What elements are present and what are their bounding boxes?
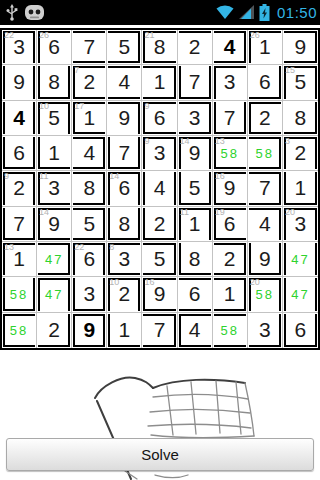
cell-r9c2[interactable]: 2 bbox=[37, 313, 72, 348]
cell-r5c1[interactable]: 92 bbox=[2, 171, 37, 206]
cell-value: 7 bbox=[107, 136, 141, 170]
cell-value: 5 bbox=[72, 207, 106, 241]
cell-value: 6 bbox=[178, 277, 212, 311]
cell-r2c3[interactable]: 72 bbox=[72, 65, 107, 100]
cell-value: 2 bbox=[178, 30, 212, 64]
cell-r6c4[interactable]: 8 bbox=[107, 207, 142, 242]
cell-r2c8[interactable]: 6 bbox=[248, 65, 283, 100]
cell-r9c5[interactable]: 7 bbox=[142, 313, 177, 348]
cell-r1c2[interactable]: 266 bbox=[37, 30, 72, 65]
cell-r6c1[interactable]: 7 bbox=[2, 207, 37, 242]
cell-value: 6 bbox=[283, 313, 318, 348]
cell-value: 9 bbox=[2, 65, 36, 99]
cell-r2c4[interactable]: 4 bbox=[107, 65, 142, 100]
cell-value: 5 bbox=[37, 101, 71, 135]
cell-r8c3[interactable]: 3 bbox=[72, 277, 107, 312]
cell-r5c2[interactable]: 113 bbox=[37, 171, 72, 206]
cell-r5c9[interactable]: 1 bbox=[283, 171, 318, 206]
wifi-icon bbox=[216, 5, 234, 20]
cell-r7c4[interactable]: 83 bbox=[107, 242, 142, 277]
cell-value: 1 bbox=[142, 65, 176, 99]
cell-value: 1 bbox=[37, 136, 71, 170]
cell-r1c4[interactable]: 5 bbox=[107, 30, 142, 65]
cell-r9c3[interactable]: 9 bbox=[72, 313, 107, 348]
cell-r7c9[interactable]: 47 bbox=[283, 242, 318, 277]
cell-value: 2 bbox=[248, 101, 282, 135]
cell-value: 2 bbox=[2, 171, 36, 205]
cell-r8c9[interactable]: 47 bbox=[283, 277, 318, 312]
cell-value: 3 bbox=[213, 65, 247, 99]
cell-r9c9[interactable]: 6 bbox=[283, 313, 318, 348]
cell-r5c3[interactable]: 8 bbox=[72, 171, 107, 206]
cell-r1c5[interactable]: 218 bbox=[142, 30, 177, 65]
cell-r1c7[interactable]: 4 bbox=[213, 30, 248, 65]
cell-value: 1 bbox=[248, 30, 282, 64]
cell-value: 4 bbox=[248, 207, 282, 241]
mascot-icon bbox=[24, 4, 45, 21]
cell-r3c9[interactable]: 8 bbox=[283, 101, 318, 136]
cell-r6c9[interactable]: 203 bbox=[283, 207, 318, 242]
cell-value: 3 bbox=[37, 171, 71, 205]
cell-value: 4 bbox=[2, 101, 36, 135]
cell-r4c7[interactable]: 1358 bbox=[213, 136, 248, 171]
cell-r8c1[interactable]: 58 bbox=[2, 277, 37, 312]
cell-value: 9 bbox=[72, 313, 106, 348]
killer-sudoku-board[interactable]: 2232667521824261998724173615541051719963… bbox=[0, 28, 320, 350]
cell-r6c5[interactable]: 2 bbox=[142, 207, 177, 242]
cell-value: 9 bbox=[37, 207, 71, 241]
cell-value: 5 bbox=[283, 65, 318, 99]
cell-r3c2[interactable]: 105 bbox=[37, 101, 72, 136]
cell-r7c6[interactable]: 8 bbox=[178, 242, 213, 277]
cell-r3c8[interactable]: 2 bbox=[248, 101, 283, 136]
cell-value: 7 bbox=[2, 207, 36, 241]
cell-value: 2 bbox=[283, 136, 318, 170]
solve-button-label: Solve bbox=[141, 446, 179, 463]
cell-value: 3 bbox=[72, 277, 106, 311]
cell-value: 1 bbox=[283, 171, 318, 205]
cell-value: 5 bbox=[178, 171, 212, 205]
cell-value: 8 bbox=[178, 242, 212, 276]
cell-value: 8 bbox=[107, 207, 141, 241]
cell-candidates: 58 bbox=[248, 136, 282, 170]
cell-r8c6[interactable]: 6 bbox=[178, 277, 213, 312]
clock: 01:50 bbox=[274, 4, 317, 21]
cell-value: 6 bbox=[2, 136, 36, 170]
cell-value: 9 bbox=[283, 30, 318, 64]
cell-r2c2[interactable]: 8 bbox=[37, 65, 72, 100]
cell-r5c6[interactable]: 5 bbox=[178, 171, 213, 206]
cell-value: 6 bbox=[72, 242, 106, 276]
cell-value: 4 bbox=[213, 30, 247, 64]
cell-value: 9 bbox=[213, 171, 247, 205]
cell-r7c7[interactable]: 2 bbox=[213, 242, 248, 277]
cell-value: 3 bbox=[107, 242, 141, 276]
cell-value: 8 bbox=[72, 171, 106, 205]
cell-r8c2[interactable]: 47 bbox=[37, 277, 72, 312]
cell-r2c1[interactable]: 9 bbox=[2, 65, 37, 100]
cell-r6c2[interactable]: 149 bbox=[37, 207, 72, 242]
cell-r4c8[interactable]: 58 bbox=[248, 136, 283, 171]
cell-r7c3[interactable]: 226 bbox=[72, 242, 107, 277]
cell-candidates: 47 bbox=[37, 277, 71, 311]
cell-r1c9[interactable]: 9 bbox=[283, 30, 318, 65]
cell-value: 1 bbox=[213, 277, 247, 311]
cell-r1c1[interactable]: 223 bbox=[2, 30, 37, 65]
cell-r9c8[interactable]: 3 bbox=[248, 313, 283, 348]
cell-r7c8[interactable]: 9 bbox=[248, 242, 283, 277]
bottom-panel: Solve bbox=[0, 350, 320, 480]
cell-value: 7 bbox=[248, 171, 282, 205]
cell-r3c5[interactable]: 96 bbox=[142, 101, 177, 136]
cell-value: 4 bbox=[107, 65, 141, 99]
cell-r5c8[interactable]: 7 bbox=[248, 171, 283, 206]
cell-value: 9 bbox=[107, 101, 141, 135]
cell-r4c2[interactable]: 1 bbox=[37, 136, 72, 171]
cell-value: 6 bbox=[37, 30, 71, 64]
cell-r2c7[interactable]: 3 bbox=[213, 65, 248, 100]
cell-value: 3 bbox=[142, 136, 176, 170]
cell-r9c4[interactable]: 1 bbox=[107, 313, 142, 348]
cell-value: 1 bbox=[2, 242, 36, 276]
cell-r6c6[interactable]: 111 bbox=[178, 207, 213, 242]
cell-r6c7[interactable]: 196 bbox=[213, 207, 248, 242]
cell-r4c5[interactable]: 93 bbox=[142, 136, 177, 171]
cell-r8c7[interactable]: 1 bbox=[213, 277, 248, 312]
cell-r4c1[interactable]: 6 bbox=[2, 136, 37, 171]
cell-value: 9 bbox=[178, 136, 212, 170]
cell-value: 7 bbox=[178, 65, 212, 99]
cell-r1c3[interactable]: 7 bbox=[72, 30, 107, 65]
cell-value: 9 bbox=[248, 242, 282, 276]
cell-value: 2 bbox=[213, 242, 247, 276]
cell-candidates: 58 bbox=[2, 277, 36, 311]
cell-value: 1 bbox=[72, 101, 106, 135]
cell-r9c1[interactable]: 58 bbox=[2, 313, 37, 348]
cell-value: 4 bbox=[142, 171, 176, 205]
cell-candidates: 58 bbox=[2, 313, 36, 348]
cell-r3c7[interactable]: 7 bbox=[213, 101, 248, 136]
cell-value: 6 bbox=[248, 65, 282, 99]
cell-value: 3 bbox=[2, 30, 36, 64]
cell-value: 8 bbox=[283, 101, 318, 135]
cell-candidates: 47 bbox=[283, 277, 318, 311]
cell-r4c3[interactable]: 4 bbox=[72, 136, 107, 171]
cell-r1c8[interactable]: 261 bbox=[248, 30, 283, 65]
signal-icon bbox=[238, 5, 255, 20]
status-bar: 01:50 bbox=[0, 0, 320, 25]
cell-r4c4[interactable]: 7 bbox=[107, 136, 142, 171]
cell-value: 3 bbox=[248, 313, 282, 348]
cell-r2c5[interactable]: 1 bbox=[142, 65, 177, 100]
cell-r7c5[interactable]: 5 bbox=[142, 242, 177, 277]
solve-button[interactable]: Solve bbox=[6, 438, 314, 471]
cell-r3c6[interactable]: 3 bbox=[178, 101, 213, 136]
cell-value: 6 bbox=[213, 207, 247, 241]
cell-value: 4 bbox=[72, 136, 106, 170]
cell-value: 9 bbox=[142, 277, 176, 311]
cell-r2c6[interactable]: 7 bbox=[178, 65, 213, 100]
cell-value: 2 bbox=[37, 313, 71, 348]
cell-r4c6[interactable]: 149 bbox=[178, 136, 213, 171]
cell-value: 7 bbox=[213, 101, 247, 135]
cell-r8c5[interactable]: 169 bbox=[142, 277, 177, 312]
cell-candidates: 47 bbox=[37, 242, 71, 276]
cell-value: 4 bbox=[178, 313, 212, 348]
cell-r6c3[interactable]: 5 bbox=[72, 207, 107, 242]
cell-value: 7 bbox=[72, 30, 106, 64]
cell-r4c9[interactable]: 32 bbox=[283, 136, 318, 171]
cell-r7c1[interactable]: 131 bbox=[2, 242, 37, 277]
cell-r5c7[interactable]: 169 bbox=[213, 171, 248, 206]
cell-r7c2[interactable]: 47 bbox=[37, 242, 72, 277]
cell-value: 3 bbox=[178, 101, 212, 135]
cell-candidates: 58 bbox=[213, 136, 247, 170]
cell-r3c4[interactable]: 9 bbox=[107, 101, 142, 136]
cell-r2c9[interactable]: 155 bbox=[283, 65, 318, 100]
cell-value: 2 bbox=[72, 65, 106, 99]
usb-icon bbox=[6, 4, 18, 21]
cell-value: 1 bbox=[107, 313, 141, 348]
cell-value: 2 bbox=[142, 207, 176, 241]
cell-value: 5 bbox=[142, 242, 176, 276]
cell-r3c3[interactable]: 171 bbox=[72, 101, 107, 136]
cell-r8c8[interactable]: 2058 bbox=[248, 277, 283, 312]
cell-r3c1[interactable]: 4 bbox=[2, 101, 37, 136]
cell-r6c8[interactable]: 4 bbox=[248, 207, 283, 242]
cell-candidates: 58 bbox=[248, 277, 282, 311]
cell-candidates: 47 bbox=[283, 242, 318, 276]
cell-r5c5[interactable]: 4 bbox=[142, 171, 177, 206]
cell-r9c6[interactable]: 4 bbox=[178, 313, 213, 348]
cell-value: 5 bbox=[107, 30, 141, 64]
cell-r1c6[interactable]: 2 bbox=[178, 30, 213, 65]
cell-value: 6 bbox=[142, 101, 176, 135]
cell-r8c4[interactable]: 102 bbox=[107, 277, 142, 312]
battery-charging-icon bbox=[259, 4, 270, 21]
cell-r9c7[interactable]: 58 bbox=[213, 313, 248, 348]
cell-value: 8 bbox=[37, 65, 71, 99]
cell-candidates: 58 bbox=[213, 313, 247, 348]
cell-value: 1 bbox=[178, 207, 212, 241]
cell-value: 2 bbox=[107, 277, 141, 311]
cell-value: 3 bbox=[283, 207, 318, 241]
cell-value: 6 bbox=[107, 171, 141, 205]
cell-r5c4[interactable]: 146 bbox=[107, 171, 142, 206]
cell-value: 8 bbox=[142, 30, 176, 64]
cell-value: 7 bbox=[142, 313, 176, 348]
